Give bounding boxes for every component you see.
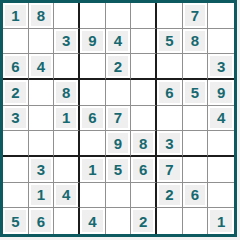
cell-r1c4[interactable] (80, 3, 106, 29)
cell-r6c2[interactable] (29, 131, 55, 157)
cell-r2c4: 9 (80, 29, 106, 55)
cell-r7c9[interactable] (208, 157, 234, 183)
cell-r7c1[interactable] (3, 157, 29, 183)
cell-r9c4: 4 (80, 208, 106, 234)
cell-r2c7: 5 (157, 29, 183, 55)
cell-r4c6[interactable] (131, 80, 157, 106)
cell-r1c8: 7 (183, 3, 209, 29)
cell-r8c4[interactable] (80, 183, 106, 209)
cell-r6c9[interactable] (208, 131, 234, 157)
cell-r5c6[interactable] (131, 106, 157, 132)
cell-r4c9: 9 (208, 80, 234, 106)
cell-r7c5: 5 (106, 157, 132, 183)
cell-r6c7: 3 (157, 131, 183, 157)
cell-r2c5: 4 (106, 29, 132, 55)
cell-r2c3: 3 (54, 29, 80, 55)
cell-r5c1: 3 (3, 106, 29, 132)
cell-r2c9[interactable] (208, 29, 234, 55)
cell-r2c8: 8 (183, 29, 209, 55)
cell-r1c2: 8 (29, 3, 55, 29)
cell-r6c1[interactable] (3, 131, 29, 157)
cell-r8c8: 6 (183, 183, 209, 209)
cell-r1c7[interactable] (157, 3, 183, 29)
cell-r4c5[interactable] (106, 80, 132, 106)
cell-r8c7: 2 (157, 183, 183, 209)
cell-r2c6[interactable] (131, 29, 157, 55)
cell-r1c3[interactable] (54, 3, 80, 29)
cell-r8c2: 1 (29, 183, 55, 209)
cell-r9c8[interactable] (183, 208, 209, 234)
cell-r5c9: 4 (208, 106, 234, 132)
cell-r3c7[interactable] (157, 54, 183, 80)
cell-r7c6: 6 (131, 157, 157, 183)
cell-r3c9: 3 (208, 54, 234, 80)
cell-r8c5[interactable] (106, 183, 132, 209)
cell-r7c7: 7 (157, 157, 183, 183)
cell-r2c1[interactable] (3, 29, 29, 55)
cell-r5c7[interactable] (157, 106, 183, 132)
cell-r1c1: 1 (3, 3, 29, 29)
cell-r3c1: 6 (3, 54, 29, 80)
cell-r8c6[interactable] (131, 183, 157, 209)
cell-r7c8[interactable] (183, 157, 209, 183)
cell-r1c5[interactable] (106, 3, 132, 29)
cell-r3c4[interactable] (80, 54, 106, 80)
cell-r3c6[interactable] (131, 54, 157, 80)
cell-r7c3[interactable] (54, 157, 80, 183)
cell-r9c2: 6 (29, 208, 55, 234)
cell-r9c1: 5 (3, 208, 29, 234)
cell-r6c8[interactable] (183, 131, 209, 157)
cell-r1c6[interactable] (131, 3, 157, 29)
cell-r8c1[interactable] (3, 183, 29, 209)
cell-r4c1: 2 (3, 80, 29, 106)
cell-r6c4[interactable] (80, 131, 106, 157)
cell-r6c3[interactable] (54, 131, 80, 157)
cell-r9c9: 1 (208, 208, 234, 234)
cell-r9c6: 2 (131, 208, 157, 234)
cell-r9c3[interactable] (54, 208, 80, 234)
cell-r3c5: 2 (106, 54, 132, 80)
cell-r8c9[interactable] (208, 183, 234, 209)
cell-r5c5: 7 (106, 106, 132, 132)
cell-r5c2[interactable] (29, 106, 55, 132)
cell-r4c2[interactable] (29, 80, 55, 106)
cell-r9c5[interactable] (106, 208, 132, 234)
sudoku-board: 187394586423286593167498331567142656421 (0, 0, 237, 237)
cell-r3c3[interactable] (54, 54, 80, 80)
cell-r7c4: 1 (80, 157, 106, 183)
cell-r4c7: 6 (157, 80, 183, 106)
cell-r5c3: 1 (54, 106, 80, 132)
cell-r6c5: 9 (106, 131, 132, 157)
cell-r3c8[interactable] (183, 54, 209, 80)
cell-r7c2: 3 (29, 157, 55, 183)
cell-r4c8: 5 (183, 80, 209, 106)
cell-r8c3: 4 (54, 183, 80, 209)
cell-r2c2[interactable] (29, 29, 55, 55)
cell-r4c4[interactable] (80, 80, 106, 106)
cell-r4c3: 8 (54, 80, 80, 106)
cell-r9c7[interactable] (157, 208, 183, 234)
cell-r5c4: 6 (80, 106, 106, 132)
cell-r6c6: 8 (131, 131, 157, 157)
cell-r1c9[interactable] (208, 3, 234, 29)
cell-r5c8[interactable] (183, 106, 209, 132)
cell-r3c2: 4 (29, 54, 55, 80)
